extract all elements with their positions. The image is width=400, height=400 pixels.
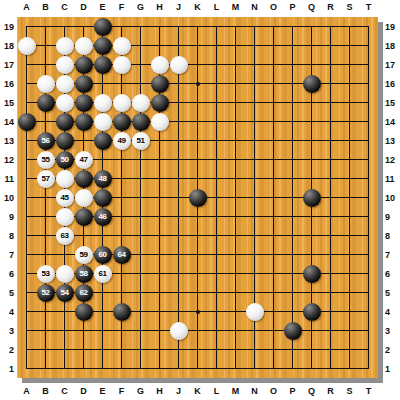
board-cell-K17[interactable] [188, 55, 207, 74]
board-cell-O5[interactable] [264, 283, 283, 302]
board-cell-M7[interactable] [226, 245, 245, 264]
stone-black-E19[interactable] [94, 18, 112, 36]
stone-white-D12[interactable]: 47 [75, 151, 93, 169]
board-cell-K5[interactable] [188, 283, 207, 302]
board-cell-P10[interactable] [283, 188, 302, 207]
stone-white-C16[interactable] [56, 75, 74, 93]
stone-white-C11[interactable] [56, 170, 74, 188]
stone-black-E18[interactable] [94, 37, 112, 55]
board-cell-C19[interactable] [55, 17, 74, 36]
board-cell-G3[interactable] [131, 321, 150, 340]
board-cell-R8[interactable] [321, 226, 340, 245]
board-cell-B4[interactable] [36, 302, 55, 321]
board-cell-P2[interactable] [283, 340, 302, 359]
board-cell-J4[interactable] [169, 302, 188, 321]
board-cell-C6[interactable] [55, 264, 74, 283]
board-cell-J19[interactable] [169, 17, 188, 36]
board-cell-O1[interactable] [264, 359, 283, 378]
board-cell-S12[interactable] [340, 150, 359, 169]
board-cell-D8[interactable] [74, 226, 93, 245]
board-cell-E9[interactable]: 46 [93, 207, 112, 226]
board-cell-H1[interactable] [150, 359, 169, 378]
board-cell-S3[interactable] [340, 321, 359, 340]
board-cell-G14[interactable] [131, 112, 150, 131]
board-cell-T18[interactable] [359, 36, 378, 55]
stone-black-D4[interactable] [75, 303, 93, 321]
board-cell-B16[interactable] [36, 74, 55, 93]
board-cell-L13[interactable] [207, 131, 226, 150]
stone-black-B5[interactable]: 52 [37, 284, 55, 302]
board-cell-C13[interactable] [55, 131, 74, 150]
board-cell-O19[interactable] [264, 17, 283, 36]
board-cell-P5[interactable] [283, 283, 302, 302]
board-cell-Q12[interactable] [302, 150, 321, 169]
stone-white-C18[interactable] [56, 37, 74, 55]
board-cell-M15[interactable] [226, 93, 245, 112]
board-cell-C18[interactable] [55, 36, 74, 55]
board-cell-A1[interactable] [17, 359, 36, 378]
board-cell-B5[interactable]: 52 [36, 283, 55, 302]
board-cell-K2[interactable] [188, 340, 207, 359]
board-cell-H15[interactable] [150, 93, 169, 112]
stone-black-D6[interactable]: 58 [75, 265, 93, 283]
board-cell-G4[interactable] [131, 302, 150, 321]
board-cell-B18[interactable] [36, 36, 55, 55]
board-cell-C11[interactable] [55, 169, 74, 188]
board-cell-G1[interactable] [131, 359, 150, 378]
board-cell-M5[interactable] [226, 283, 245, 302]
stone-white-E6[interactable]: 61 [94, 265, 112, 283]
board-cell-Q19[interactable] [302, 17, 321, 36]
board-cell-M2[interactable] [226, 340, 245, 359]
board-cell-P15[interactable] [283, 93, 302, 112]
board-cell-G7[interactable] [131, 245, 150, 264]
board-cell-C17[interactable] [55, 55, 74, 74]
board-cell-F2[interactable] [112, 340, 131, 359]
board-cell-M16[interactable] [226, 74, 245, 93]
board-cell-T2[interactable] [359, 340, 378, 359]
board-cell-G2[interactable] [131, 340, 150, 359]
board-cell-L6[interactable] [207, 264, 226, 283]
board-cell-G11[interactable] [131, 169, 150, 188]
board-cell-K16[interactable] [188, 74, 207, 93]
board-cell-J18[interactable] [169, 36, 188, 55]
board-cell-M18[interactable] [226, 36, 245, 55]
board-cell-G12[interactable] [131, 150, 150, 169]
board-cell-S5[interactable] [340, 283, 359, 302]
board-cell-N5[interactable] [245, 283, 264, 302]
board-cell-M8[interactable] [226, 226, 245, 245]
stone-white-G13[interactable]: 51 [132, 132, 150, 150]
board-cell-F7[interactable]: 64 [112, 245, 131, 264]
board-cell-L11[interactable] [207, 169, 226, 188]
board-cell-K11[interactable] [188, 169, 207, 188]
stone-white-C8[interactable]: 63 [56, 227, 74, 245]
board-cell-D14[interactable] [74, 112, 93, 131]
board-cell-P4[interactable] [283, 302, 302, 321]
board-cell-G13[interactable]: 51 [131, 131, 150, 150]
board-cell-S18[interactable] [340, 36, 359, 55]
board-cell-T17[interactable] [359, 55, 378, 74]
stone-black-K10[interactable] [189, 189, 207, 207]
stone-white-F15[interactable] [113, 94, 131, 112]
board-cell-Q9[interactable] [302, 207, 321, 226]
board-cell-N18[interactable] [245, 36, 264, 55]
board-cell-S2[interactable] [340, 340, 359, 359]
stone-white-F13[interactable]: 49 [113, 132, 131, 150]
board-cell-D19[interactable] [74, 17, 93, 36]
board-cell-M13[interactable] [226, 131, 245, 150]
board-cell-H14[interactable] [150, 112, 169, 131]
board-cell-Q8[interactable] [302, 226, 321, 245]
stone-black-H16[interactable] [151, 75, 169, 93]
board-cell-A2[interactable] [17, 340, 36, 359]
board-cell-B1[interactable] [36, 359, 55, 378]
stone-black-F7[interactable]: 64 [113, 246, 131, 264]
board-cell-F17[interactable] [112, 55, 131, 74]
board-cell-L1[interactable] [207, 359, 226, 378]
board-cell-P1[interactable] [283, 359, 302, 378]
board-cell-E12[interactable] [93, 150, 112, 169]
board-cell-Q10[interactable] [302, 188, 321, 207]
stone-white-C15[interactable] [56, 94, 74, 112]
board-cell-D4[interactable] [74, 302, 93, 321]
board-cell-N17[interactable] [245, 55, 264, 74]
board-cell-P6[interactable] [283, 264, 302, 283]
stone-black-C13[interactable] [56, 132, 74, 150]
board-cell-O8[interactable] [264, 226, 283, 245]
stone-white-B16[interactable] [37, 75, 55, 93]
board-cell-T19[interactable] [359, 17, 378, 36]
board-cell-E1[interactable] [93, 359, 112, 378]
board-cell-C7[interactable] [55, 245, 74, 264]
stone-white-D10[interactable] [75, 189, 93, 207]
board-cell-T8[interactable] [359, 226, 378, 245]
board-cell-Q13[interactable] [302, 131, 321, 150]
board-cell-C15[interactable] [55, 93, 74, 112]
board-cell-R14[interactable] [321, 112, 340, 131]
board-cell-O2[interactable] [264, 340, 283, 359]
board-cell-K19[interactable] [188, 17, 207, 36]
board-cell-K8[interactable] [188, 226, 207, 245]
board-cell-M4[interactable] [226, 302, 245, 321]
stone-black-E10[interactable] [94, 189, 112, 207]
board-cell-S11[interactable] [340, 169, 359, 188]
stone-black-D17[interactable] [75, 56, 93, 74]
board-cell-A10[interactable] [17, 188, 36, 207]
board-cell-T1[interactable] [359, 359, 378, 378]
board-cell-R7[interactable] [321, 245, 340, 264]
stone-black-E11[interactable]: 48 [94, 170, 112, 188]
board-cell-N8[interactable] [245, 226, 264, 245]
board-cell-E11[interactable]: 48 [93, 169, 112, 188]
board-cell-F10[interactable] [112, 188, 131, 207]
board-cell-A9[interactable] [17, 207, 36, 226]
board-cell-Q5[interactable] [302, 283, 321, 302]
board-cell-L7[interactable] [207, 245, 226, 264]
board-cell-A8[interactable] [17, 226, 36, 245]
board-cell-J8[interactable] [169, 226, 188, 245]
board-cell-E19[interactable] [93, 17, 112, 36]
stone-black-E17[interactable] [94, 56, 112, 74]
stone-black-F14[interactable] [113, 113, 131, 131]
board-cell-R9[interactable] [321, 207, 340, 226]
board-cell-D18[interactable] [74, 36, 93, 55]
board-cell-A16[interactable] [17, 74, 36, 93]
board-cell-K6[interactable] [188, 264, 207, 283]
board-cell-L19[interactable] [207, 17, 226, 36]
stone-black-D15[interactable] [75, 94, 93, 112]
board-cell-N1[interactable] [245, 359, 264, 378]
stone-black-C14[interactable] [56, 113, 74, 131]
board-cell-Q2[interactable] [302, 340, 321, 359]
board-cell-D15[interactable] [74, 93, 93, 112]
stone-white-H14[interactable] [151, 113, 169, 131]
board-cell-H4[interactable] [150, 302, 169, 321]
board-cell-O16[interactable] [264, 74, 283, 93]
board-cell-H2[interactable] [150, 340, 169, 359]
board-cell-A17[interactable] [17, 55, 36, 74]
board-cell-K18[interactable] [188, 36, 207, 55]
board-cell-S9[interactable] [340, 207, 359, 226]
board-cell-A11[interactable] [17, 169, 36, 188]
board-cell-L18[interactable] [207, 36, 226, 55]
board-cell-A14[interactable] [17, 112, 36, 131]
board-cell-G19[interactable] [131, 17, 150, 36]
board-cell-H11[interactable] [150, 169, 169, 188]
board-cell-S16[interactable] [340, 74, 359, 93]
board-cell-R10[interactable] [321, 188, 340, 207]
board-cell-E10[interactable] [93, 188, 112, 207]
board-cell-C2[interactable] [55, 340, 74, 359]
board-cell-L12[interactable] [207, 150, 226, 169]
board-cell-F19[interactable] [112, 17, 131, 36]
board-cell-S10[interactable] [340, 188, 359, 207]
board-cell-N15[interactable] [245, 93, 264, 112]
board-cell-H9[interactable] [150, 207, 169, 226]
board-cell-T3[interactable] [359, 321, 378, 340]
board-cell-T11[interactable] [359, 169, 378, 188]
board-cell-H7[interactable] [150, 245, 169, 264]
stone-black-D16[interactable] [75, 75, 93, 93]
board-cell-E16[interactable] [93, 74, 112, 93]
board-cell-L8[interactable] [207, 226, 226, 245]
board-cell-O13[interactable] [264, 131, 283, 150]
stone-black-G14[interactable] [132, 113, 150, 131]
board-cell-P8[interactable] [283, 226, 302, 245]
board-cell-H6[interactable] [150, 264, 169, 283]
board-cell-G6[interactable] [131, 264, 150, 283]
board-cell-C10[interactable]: 45 [55, 188, 74, 207]
board-cell-A5[interactable] [17, 283, 36, 302]
board-cell-N6[interactable] [245, 264, 264, 283]
board-cell-T16[interactable] [359, 74, 378, 93]
board-cell-H5[interactable] [150, 283, 169, 302]
board-cell-N14[interactable] [245, 112, 264, 131]
board-cell-A13[interactable] [17, 131, 36, 150]
board-cell-K10[interactable] [188, 188, 207, 207]
board-cell-B9[interactable] [36, 207, 55, 226]
board-cell-C16[interactable] [55, 74, 74, 93]
board-cell-H19[interactable] [150, 17, 169, 36]
stone-white-J3[interactable] [170, 322, 188, 340]
board-cell-B12[interactable]: 55 [36, 150, 55, 169]
board-cell-G5[interactable] [131, 283, 150, 302]
board-cell-D11[interactable] [74, 169, 93, 188]
board-cell-J1[interactable] [169, 359, 188, 378]
stone-black-E13[interactable] [94, 132, 112, 150]
board-cell-E13[interactable] [93, 131, 112, 150]
board-cell-R6[interactable] [321, 264, 340, 283]
board-cell-Q11[interactable] [302, 169, 321, 188]
board-cell-S14[interactable] [340, 112, 359, 131]
board-cell-R12[interactable] [321, 150, 340, 169]
board-cell-T14[interactable] [359, 112, 378, 131]
board-cell-H16[interactable] [150, 74, 169, 93]
board-cell-P17[interactable] [283, 55, 302, 74]
board-cell-H18[interactable] [150, 36, 169, 55]
board-cell-E15[interactable] [93, 93, 112, 112]
board-cell-Q3[interactable] [302, 321, 321, 340]
board-cell-A7[interactable] [17, 245, 36, 264]
board-cell-B7[interactable] [36, 245, 55, 264]
board-cell-M3[interactable] [226, 321, 245, 340]
stone-white-B11[interactable]: 57 [37, 170, 55, 188]
stone-white-C6[interactable] [56, 265, 74, 283]
board-cell-M12[interactable] [226, 150, 245, 169]
board-cell-L4[interactable] [207, 302, 226, 321]
board-cell-E17[interactable] [93, 55, 112, 74]
board-cell-F15[interactable] [112, 93, 131, 112]
board-cell-K1[interactable] [188, 359, 207, 378]
stone-black-P3[interactable] [284, 322, 302, 340]
board-cell-K12[interactable] [188, 150, 207, 169]
stone-black-D9[interactable] [75, 208, 93, 226]
stone-white-N4[interactable] [246, 303, 264, 321]
board-cell-B17[interactable] [36, 55, 55, 74]
board-cell-L2[interactable] [207, 340, 226, 359]
board-cell-J11[interactable] [169, 169, 188, 188]
board-cell-J14[interactable] [169, 112, 188, 131]
board-cell-D17[interactable] [74, 55, 93, 74]
board-cell-S8[interactable] [340, 226, 359, 245]
board-cell-Q14[interactable] [302, 112, 321, 131]
board-cell-B10[interactable] [36, 188, 55, 207]
board-cell-L15[interactable] [207, 93, 226, 112]
board-cell-O10[interactable] [264, 188, 283, 207]
board-cell-P14[interactable] [283, 112, 302, 131]
board-cell-F11[interactable] [112, 169, 131, 188]
stone-black-D5[interactable]: 62 [75, 284, 93, 302]
board-cell-D2[interactable] [74, 340, 93, 359]
board-cell-J5[interactable] [169, 283, 188, 302]
stone-black-B15[interactable] [37, 94, 55, 112]
board-cell-M11[interactable] [226, 169, 245, 188]
board-cell-J15[interactable] [169, 93, 188, 112]
board-cell-D16[interactable] [74, 74, 93, 93]
board-cell-D1[interactable] [74, 359, 93, 378]
stone-white-D7[interactable]: 59 [75, 246, 93, 264]
board-cell-L17[interactable] [207, 55, 226, 74]
board-cell-F12[interactable] [112, 150, 131, 169]
board-cell-C14[interactable] [55, 112, 74, 131]
board-cell-T12[interactable] [359, 150, 378, 169]
board-cell-J6[interactable] [169, 264, 188, 283]
stone-black-F4[interactable] [113, 303, 131, 321]
stone-black-E7[interactable]: 60 [94, 246, 112, 264]
stone-black-A14[interactable] [18, 113, 36, 131]
board-cell-K4[interactable] [188, 302, 207, 321]
board-cell-E3[interactable] [93, 321, 112, 340]
board-cell-P7[interactable] [283, 245, 302, 264]
board-cell-O14[interactable] [264, 112, 283, 131]
board-cell-E5[interactable] [93, 283, 112, 302]
board-cell-A15[interactable] [17, 93, 36, 112]
stone-white-E14[interactable] [94, 113, 112, 131]
board-cell-F9[interactable] [112, 207, 131, 226]
board-cell-G8[interactable] [131, 226, 150, 245]
board-cell-B14[interactable] [36, 112, 55, 131]
board-cell-P11[interactable] [283, 169, 302, 188]
board-cell-L5[interactable] [207, 283, 226, 302]
stone-black-C5[interactable]: 54 [56, 284, 74, 302]
board-cell-N11[interactable] [245, 169, 264, 188]
board-cell-M17[interactable] [226, 55, 245, 74]
board-cell-K15[interactable] [188, 93, 207, 112]
board-cell-T15[interactable] [359, 93, 378, 112]
board-cell-N12[interactable] [245, 150, 264, 169]
board-cell-Q17[interactable] [302, 55, 321, 74]
board-cell-A6[interactable] [17, 264, 36, 283]
board-cell-M6[interactable] [226, 264, 245, 283]
board-cell-S7[interactable] [340, 245, 359, 264]
board-cell-E2[interactable] [93, 340, 112, 359]
board-cell-F4[interactable] [112, 302, 131, 321]
board-cell-J9[interactable] [169, 207, 188, 226]
board-cell-S17[interactable] [340, 55, 359, 74]
stone-black-D14[interactable] [75, 113, 93, 131]
board-cell-D12[interactable]: 47 [74, 150, 93, 169]
board-cell-D3[interactable] [74, 321, 93, 340]
board-cell-G9[interactable] [131, 207, 150, 226]
board-cell-A12[interactable] [17, 150, 36, 169]
stone-black-Q6[interactable] [303, 265, 321, 283]
board-cell-T10[interactable] [359, 188, 378, 207]
board-cell-C12[interactable]: 50 [55, 150, 74, 169]
board-cell-N2[interactable] [245, 340, 264, 359]
board-cell-R15[interactable] [321, 93, 340, 112]
stone-black-H15[interactable] [151, 94, 169, 112]
board-cell-B13[interactable]: 56 [36, 131, 55, 150]
board-cell-O12[interactable] [264, 150, 283, 169]
board-cell-Q18[interactable] [302, 36, 321, 55]
board-cell-S13[interactable] [340, 131, 359, 150]
stone-white-C10[interactable]: 45 [56, 189, 74, 207]
board-cell-F13[interactable]: 49 [112, 131, 131, 150]
board-cell-K13[interactable] [188, 131, 207, 150]
stone-black-B13[interactable]: 56 [37, 132, 55, 150]
board-cell-M14[interactable] [226, 112, 245, 131]
board-cell-J17[interactable] [169, 55, 188, 74]
board-cell-D6[interactable]: 58 [74, 264, 93, 283]
board-cell-F5[interactable] [112, 283, 131, 302]
board-cell-A4[interactable] [17, 302, 36, 321]
board-cell-Q15[interactable] [302, 93, 321, 112]
board-cell-H3[interactable] [150, 321, 169, 340]
board-cell-F3[interactable] [112, 321, 131, 340]
board-cell-O17[interactable] [264, 55, 283, 74]
board-cell-C5[interactable]: 54 [55, 283, 74, 302]
